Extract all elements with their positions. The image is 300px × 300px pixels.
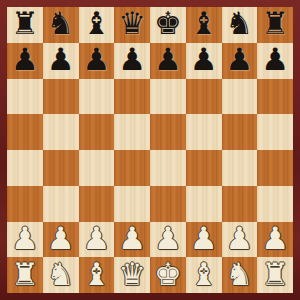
square-g8[interactable]: ♞ — [222, 7, 258, 43]
square-f3[interactable] — [186, 186, 222, 222]
chess-app: ♜♞♝♛♚♝♞♜♟♟♟♟♟♟♟♟♟♟♟♟♟♟♟♟♜♞♝♛♚♝♞♜ — [0, 0, 300, 300]
square-f8[interactable]: ♝ — [186, 7, 222, 43]
square-b4[interactable] — [43, 150, 79, 186]
square-b2[interactable]: ♟ — [43, 222, 79, 258]
piece-black-pawn[interactable]: ♟ — [47, 44, 75, 75]
piece-white-king[interactable]: ♚ — [154, 259, 182, 290]
square-g2[interactable]: ♟ — [222, 222, 258, 258]
piece-black-pawn[interactable]: ♟ — [11, 44, 39, 75]
piece-black-pawn[interactable]: ♟ — [190, 44, 218, 75]
square-f7[interactable]: ♟ — [186, 43, 222, 79]
square-g7[interactable]: ♟ — [222, 43, 258, 79]
piece-white-bishop[interactable]: ♝ — [82, 259, 110, 290]
square-a3[interactable] — [7, 186, 43, 222]
square-d7[interactable]: ♟ — [114, 43, 150, 79]
piece-white-pawn[interactable]: ♟ — [82, 223, 110, 254]
piece-white-knight[interactable]: ♞ — [47, 259, 75, 290]
square-e8[interactable]: ♚ — [150, 7, 186, 43]
square-e1[interactable]: ♚ — [150, 257, 186, 293]
square-a8[interactable]: ♜ — [7, 7, 43, 43]
piece-white-pawn[interactable]: ♟ — [47, 223, 75, 254]
square-f5[interactable] — [186, 114, 222, 150]
square-c6[interactable] — [79, 79, 115, 115]
square-b5[interactable] — [43, 114, 79, 150]
square-e6[interactable] — [150, 79, 186, 115]
piece-white-pawn[interactable]: ♟ — [11, 223, 39, 254]
square-d3[interactable] — [114, 186, 150, 222]
piece-white-rook[interactable]: ♜ — [11, 259, 39, 290]
piece-white-pawn[interactable]: ♟ — [225, 223, 253, 254]
square-e2[interactable]: ♟ — [150, 222, 186, 258]
square-b3[interactable] — [43, 186, 79, 222]
square-g1[interactable]: ♞ — [222, 257, 258, 293]
piece-black-king[interactable]: ♚ — [154, 8, 182, 39]
square-f2[interactable]: ♟ — [186, 222, 222, 258]
square-c2[interactable]: ♟ — [79, 222, 115, 258]
square-c8[interactable]: ♝ — [79, 7, 115, 43]
piece-black-pawn[interactable]: ♟ — [261, 44, 289, 75]
square-f4[interactable] — [186, 150, 222, 186]
square-e5[interactable] — [150, 114, 186, 150]
piece-black-knight[interactable]: ♞ — [225, 8, 253, 39]
square-d1[interactable]: ♛ — [114, 257, 150, 293]
piece-black-bishop[interactable]: ♝ — [82, 8, 110, 39]
square-b7[interactable]: ♟ — [43, 43, 79, 79]
square-d6[interactable] — [114, 79, 150, 115]
board-frame: ♜♞♝♛♚♝♞♜♟♟♟♟♟♟♟♟♟♟♟♟♟♟♟♟♜♞♝♛♚♝♞♜ — [0, 0, 300, 300]
piece-black-rook[interactable]: ♜ — [261, 8, 289, 39]
square-d8[interactable]: ♛ — [114, 7, 150, 43]
square-h3[interactable] — [257, 186, 293, 222]
square-e3[interactable] — [150, 186, 186, 222]
chess-board: ♜♞♝♛♚♝♞♜♟♟♟♟♟♟♟♟♟♟♟♟♟♟♟♟♜♞♝♛♚♝♞♜ — [7, 7, 293, 293]
square-f6[interactable] — [186, 79, 222, 115]
square-c3[interactable] — [79, 186, 115, 222]
piece-white-pawn[interactable]: ♟ — [190, 223, 218, 254]
square-h1[interactable]: ♜ — [257, 257, 293, 293]
square-c1[interactable]: ♝ — [79, 257, 115, 293]
piece-white-queen[interactable]: ♛ — [118, 259, 146, 290]
square-h2[interactable]: ♟ — [257, 222, 293, 258]
square-a5[interactable] — [7, 114, 43, 150]
piece-black-rook[interactable]: ♜ — [11, 8, 39, 39]
square-h5[interactable] — [257, 114, 293, 150]
piece-white-pawn[interactable]: ♟ — [154, 223, 182, 254]
square-g4[interactable] — [222, 150, 258, 186]
square-d4[interactable] — [114, 150, 150, 186]
square-a2[interactable]: ♟ — [7, 222, 43, 258]
piece-black-pawn[interactable]: ♟ — [82, 44, 110, 75]
square-c7[interactable]: ♟ — [79, 43, 115, 79]
piece-black-queen[interactable]: ♛ — [118, 8, 146, 39]
square-e7[interactable]: ♟ — [150, 43, 186, 79]
square-d5[interactable] — [114, 114, 150, 150]
square-f1[interactable]: ♝ — [186, 257, 222, 293]
piece-black-pawn[interactable]: ♟ — [225, 44, 253, 75]
piece-white-pawn[interactable]: ♟ — [261, 223, 289, 254]
square-h4[interactable] — [257, 150, 293, 186]
square-e4[interactable] — [150, 150, 186, 186]
square-a4[interactable] — [7, 150, 43, 186]
piece-black-pawn[interactable]: ♟ — [118, 44, 146, 75]
square-g3[interactable] — [222, 186, 258, 222]
piece-black-bishop[interactable]: ♝ — [190, 8, 218, 39]
square-h7[interactable]: ♟ — [257, 43, 293, 79]
piece-white-pawn[interactable]: ♟ — [118, 223, 146, 254]
piece-white-bishop[interactable]: ♝ — [190, 259, 218, 290]
square-h6[interactable] — [257, 79, 293, 115]
square-g6[interactable] — [222, 79, 258, 115]
piece-black-knight[interactable]: ♞ — [47, 8, 75, 39]
square-a6[interactable] — [7, 79, 43, 115]
square-d2[interactable]: ♟ — [114, 222, 150, 258]
square-g5[interactable] — [222, 114, 258, 150]
piece-white-rook[interactable]: ♜ — [261, 259, 289, 290]
square-a7[interactable]: ♟ — [7, 43, 43, 79]
piece-white-knight[interactable]: ♞ — [225, 259, 253, 290]
square-h8[interactable]: ♜ — [257, 7, 293, 43]
square-b8[interactable]: ♞ — [43, 7, 79, 43]
square-b1[interactable]: ♞ — [43, 257, 79, 293]
square-c5[interactable] — [79, 114, 115, 150]
square-a1[interactable]: ♜ — [7, 257, 43, 293]
square-b6[interactable] — [43, 79, 79, 115]
square-c4[interactable] — [79, 150, 115, 186]
piece-black-pawn[interactable]: ♟ — [154, 44, 182, 75]
